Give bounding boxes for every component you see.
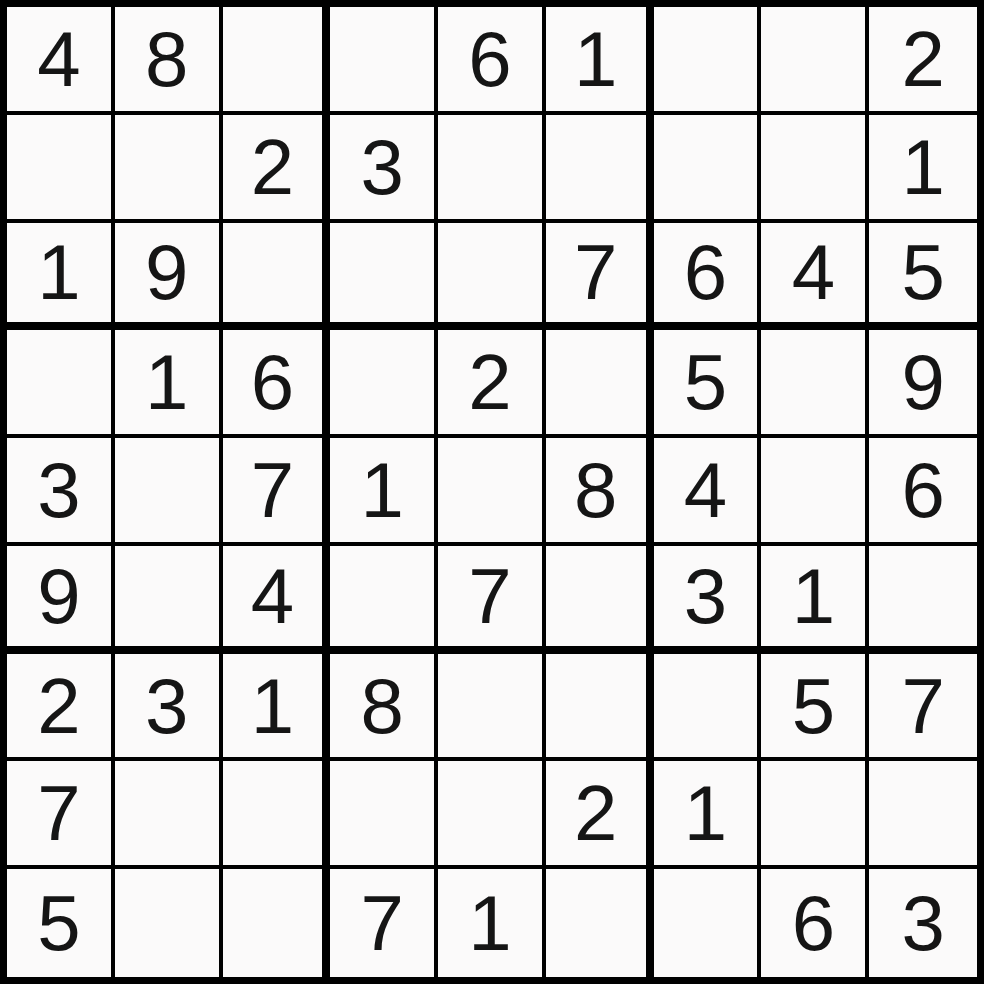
cell-r3c2[interactable]: 9 — [115, 223, 223, 331]
cell-r6c2[interactable] — [115, 546, 223, 654]
cell-r5c7[interactable]: 4 — [654, 438, 762, 546]
cell-r5c5[interactable] — [438, 438, 546, 546]
cell-r2c4[interactable]: 3 — [330, 115, 438, 223]
cell-r2c3[interactable]: 2 — [223, 115, 331, 223]
cell-r6c4[interactable] — [330, 546, 438, 654]
cell-r5c3[interactable]: 7 — [223, 438, 331, 546]
cell-r3c1[interactable]: 1 — [7, 223, 115, 331]
cell-r2c9[interactable]: 1 — [869, 115, 977, 223]
cell-r1c8[interactable] — [761, 7, 869, 115]
cell-r8c8[interactable] — [761, 761, 869, 869]
cell-r1c7[interactable] — [654, 7, 762, 115]
cell-r6c8[interactable]: 1 — [761, 546, 869, 654]
cell-r5c9[interactable]: 6 — [869, 438, 977, 546]
cell-r9c1[interactable]: 5 — [7, 869, 115, 977]
cell-r5c8[interactable] — [761, 438, 869, 546]
cell-r6c5[interactable]: 7 — [438, 546, 546, 654]
cell-r8c1[interactable]: 7 — [7, 761, 115, 869]
cell-r2c2[interactable] — [115, 115, 223, 223]
cell-r9c6[interactable] — [546, 869, 654, 977]
cell-r9c2[interactable] — [115, 869, 223, 977]
cell-r8c6[interactable]: 2 — [546, 761, 654, 869]
cell-r1c2[interactable]: 8 — [115, 7, 223, 115]
sudoku-board: 4861223119764516259371846947312318577215… — [0, 0, 984, 984]
cell-r4c3[interactable]: 6 — [223, 330, 331, 438]
cell-r5c1[interactable]: 3 — [7, 438, 115, 546]
cell-r4c8[interactable] — [761, 330, 869, 438]
cell-r2c7[interactable] — [654, 115, 762, 223]
cell-r9c8[interactable]: 6 — [761, 869, 869, 977]
cell-r3c5[interactable] — [438, 223, 546, 331]
cell-r3c4[interactable] — [330, 223, 438, 331]
cell-r9c9[interactable]: 3 — [869, 869, 977, 977]
cell-r3c3[interactable] — [223, 223, 331, 331]
cell-r6c3[interactable]: 4 — [223, 546, 331, 654]
cell-r8c7[interactable]: 1 — [654, 761, 762, 869]
cell-r8c2[interactable] — [115, 761, 223, 869]
cell-r4c7[interactable]: 5 — [654, 330, 762, 438]
cell-r4c4[interactable] — [330, 330, 438, 438]
cell-r3c7[interactable]: 6 — [654, 223, 762, 331]
cell-r4c1[interactable] — [7, 330, 115, 438]
cell-r4c9[interactable]: 9 — [869, 330, 977, 438]
cell-r5c4[interactable]: 1 — [330, 438, 438, 546]
cell-r8c5[interactable] — [438, 761, 546, 869]
cell-r9c5[interactable]: 1 — [438, 869, 546, 977]
cell-r6c6[interactable] — [546, 546, 654, 654]
cell-r1c6[interactable]: 1 — [546, 7, 654, 115]
cell-r3c8[interactable]: 4 — [761, 223, 869, 331]
cell-r8c4[interactable] — [330, 761, 438, 869]
cell-r2c5[interactable] — [438, 115, 546, 223]
cell-r8c3[interactable] — [223, 761, 331, 869]
cell-r5c6[interactable]: 8 — [546, 438, 654, 546]
cell-r6c9[interactable] — [869, 546, 977, 654]
cell-r4c6[interactable] — [546, 330, 654, 438]
cell-r2c8[interactable] — [761, 115, 869, 223]
cell-r4c2[interactable]: 1 — [115, 330, 223, 438]
cell-r7c4[interactable]: 8 — [330, 654, 438, 762]
cell-r6c1[interactable]: 9 — [7, 546, 115, 654]
cell-r7c6[interactable] — [546, 654, 654, 762]
cell-r8c9[interactable] — [869, 761, 977, 869]
cell-r1c1[interactable]: 4 — [7, 7, 115, 115]
cell-r7c7[interactable] — [654, 654, 762, 762]
cell-r7c1[interactable]: 2 — [7, 654, 115, 762]
cell-r3c9[interactable]: 5 — [869, 223, 977, 331]
cell-r7c8[interactable]: 5 — [761, 654, 869, 762]
cell-r7c5[interactable] — [438, 654, 546, 762]
cell-r9c3[interactable] — [223, 869, 331, 977]
cell-r4c5[interactable]: 2 — [438, 330, 546, 438]
cell-r2c6[interactable] — [546, 115, 654, 223]
cell-r7c3[interactable]: 1 — [223, 654, 331, 762]
cell-r9c4[interactable]: 7 — [330, 869, 438, 977]
cell-r5c2[interactable] — [115, 438, 223, 546]
cell-r9c7[interactable] — [654, 869, 762, 977]
cell-r2c1[interactable] — [7, 115, 115, 223]
cell-r7c2[interactable]: 3 — [115, 654, 223, 762]
cell-r6c7[interactable]: 3 — [654, 546, 762, 654]
cell-r3c6[interactable]: 7 — [546, 223, 654, 331]
cell-r1c3[interactable] — [223, 7, 331, 115]
cell-r1c4[interactable] — [330, 7, 438, 115]
cell-r7c9[interactable]: 7 — [869, 654, 977, 762]
cell-r1c9[interactable]: 2 — [869, 7, 977, 115]
cell-r1c5[interactable]: 6 — [438, 7, 546, 115]
